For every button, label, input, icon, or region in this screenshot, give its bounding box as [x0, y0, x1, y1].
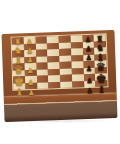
playing-area: ♜♟♟♜♞♟♟♞♝♟♟♝♛♟♟♛♚♟♟♚♝♟♟♝♞♟♟♞♜♟♟♜ — [11, 33, 109, 90]
board-square — [48, 81, 60, 88]
box-seam — [4, 100, 117, 105]
board-square — [60, 81, 72, 88]
board-square — [95, 80, 107, 87]
board-square — [13, 83, 25, 90]
product-photo: ♜♟♟♜♞♟♟♞♝♟♟♝♛♟♟♛♚♟♟♚♝♟♟♝♞♟♟♞♜♟♟♜ — [0, 0, 120, 144]
board-square — [72, 81, 84, 88]
board-square — [84, 80, 96, 87]
board-grid — [12, 34, 108, 89]
board-square — [37, 82, 49, 89]
chess-set: ♜♟♟♜♞♟♟♞♝♟♟♝♛♟♟♛♚♟♟♚♝♟♟♝♞♟♟♞♜♟♟♜ — [1, 30, 117, 122]
board-top: ♜♟♟♜♞♟♟♞♝♟♟♝♛♟♟♛♚♟♟♚♝♟♟♝♞♟♟♞♜♟♟♜ — [1, 30, 116, 97]
box-side — [4, 93, 118, 122]
board-square — [25, 82, 37, 89]
